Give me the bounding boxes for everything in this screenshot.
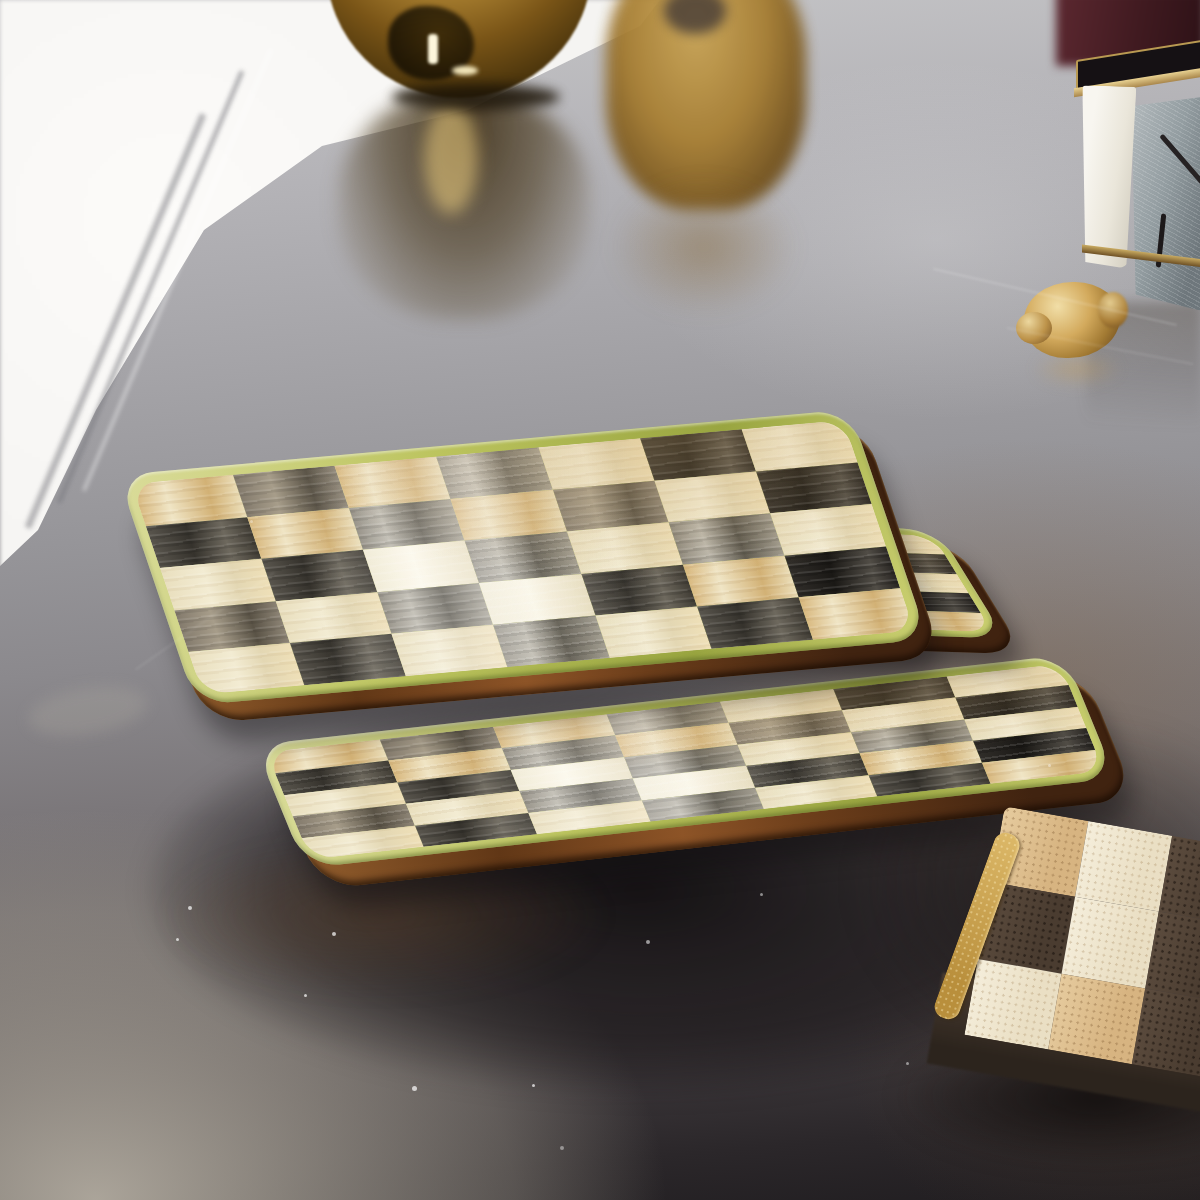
dust-speck (176, 938, 179, 941)
check-cell-light (188, 643, 304, 694)
dust-speck (646, 940, 650, 944)
fabric-check-c (1062, 897, 1159, 988)
table-glint (25, 679, 151, 743)
check-cell-light (392, 625, 508, 676)
dust-speck (532, 1084, 535, 1087)
photo-canvas: { "image_type": "overhead product photog… (0, 0, 1200, 1200)
brass-ball-contact-shadow (392, 84, 560, 110)
check-cell-light (799, 589, 915, 640)
fabric-check-t (1048, 973, 1145, 1064)
caddy-gray-linen (1128, 95, 1200, 310)
dust-speck (332, 932, 336, 936)
dust-speck (560, 1146, 564, 1150)
dust-speck (906, 1062, 909, 1065)
check-cell-dark (290, 634, 406, 685)
dust-speck (188, 906, 192, 910)
brass-ball-specular (452, 66, 478, 75)
brass-ball-reflection-highlight (424, 102, 478, 214)
caddy-scroll-foot-detail (1016, 312, 1052, 344)
dust-speck (412, 1086, 417, 1091)
check-cell-light (595, 607, 711, 658)
dust-speck (250, 520, 253, 523)
fabric-check-c (964, 959, 1061, 1050)
check-cell-dark (494, 616, 610, 667)
caddy-white-linen (1078, 85, 1137, 268)
fabric-check-c (1075, 821, 1172, 912)
brass-ball-specular (428, 34, 438, 64)
check-fabric-pouch (918, 824, 1200, 1200)
check-cell-dark (697, 598, 813, 649)
fabric-check-b (1132, 988, 1200, 1079)
dust-speck (760, 893, 763, 896)
coaster-top (118, 409, 928, 705)
dust-speck (1048, 764, 1051, 767)
dust-speck (304, 994, 307, 997)
gold-object-reflection (616, 182, 792, 312)
